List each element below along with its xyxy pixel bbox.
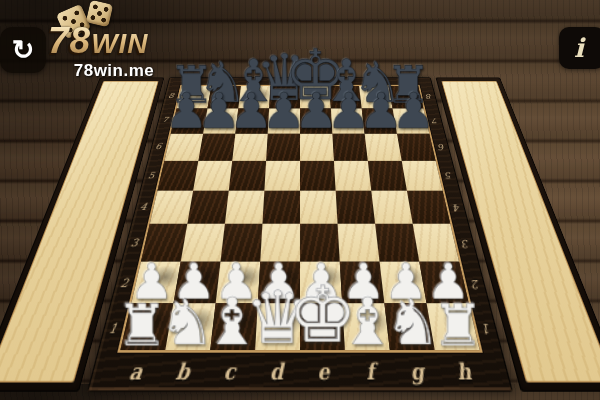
file-label-c: c: [204, 353, 254, 392]
square-a5[interactable]: [157, 161, 198, 191]
logo: ↻ 78WIN 78win.me: [0, 0, 210, 96]
brand-suffix: WIN: [91, 28, 148, 59]
square-c5[interactable]: [229, 161, 266, 191]
square-f1[interactable]: ♝: [342, 303, 390, 350]
board-squares: ♜♞♝♛♚♝♞♜♟♟♟♟♟♟♟♟♟♟♟♟♟♟♟♟♜♞♝♛♚♝♞♜: [117, 85, 483, 353]
file-labels: abcdefgh: [108, 353, 492, 392]
square-a6[interactable]: [164, 133, 203, 160]
square-f5[interactable]: [334, 161, 371, 191]
square-f4[interactable]: [336, 191, 376, 224]
file-label-e: e: [300, 353, 348, 392]
square-c4[interactable]: [225, 191, 265, 224]
square-g4[interactable]: [371, 191, 412, 224]
info-icon: i: [574, 35, 590, 61]
square-e6[interactable]: [300, 133, 334, 160]
square-g1[interactable]: ♞: [384, 303, 434, 350]
square-b4[interactable]: [187, 191, 228, 224]
square-c6[interactable]: [232, 133, 267, 160]
square-a4[interactable]: [150, 191, 193, 224]
square-e4[interactable]: [300, 191, 338, 224]
file-label-b: b: [156, 353, 209, 392]
square-d6[interactable]: [266, 133, 300, 160]
refresh-button[interactable]: ↻: [0, 27, 46, 73]
game-screen: 87654321 87654321 abcdefgh ♜♞♝♛♚♝♞♜♟♟♟♟♟…: [0, 0, 600, 400]
file-label-h: h: [437, 353, 492, 392]
refresh-icon: ↻: [12, 37, 35, 64]
square-h6[interactable]: [397, 133, 436, 160]
square-f6[interactable]: [332, 133, 367, 160]
file-label-f: f: [346, 353, 396, 392]
square-b5[interactable]: [193, 161, 232, 191]
square-e5[interactable]: [300, 161, 336, 191]
info-button[interactable]: i: [559, 27, 600, 69]
piece-white-rook[interactable]: ♜: [432, 297, 484, 355]
site-url: 78win.me: [44, 61, 184, 81]
brand-prefix: 78: [48, 20, 91, 61]
square-d5[interactable]: [264, 161, 300, 191]
brand-title: 78WIN: [48, 20, 149, 62]
square-g6[interactable]: [365, 133, 402, 160]
square-h1[interactable]: ♜: [426, 303, 479, 350]
file-label-a: a: [108, 353, 163, 392]
square-h4[interactable]: [407, 191, 450, 224]
square-h5[interactable]: [402, 161, 443, 191]
square-g5[interactable]: [368, 161, 407, 191]
square-d4[interactable]: [262, 191, 300, 224]
file-label-g: g: [391, 353, 444, 392]
file-label-d: d: [252, 353, 300, 392]
square-b6[interactable]: [198, 133, 235, 160]
table-plane: 87654321 87654321 abcdefgh ♜♞♝♛♚♝♞♜♟♟♟♟♟…: [0, 77, 600, 392]
square-h7[interactable]: ♟: [393, 109, 430, 134]
